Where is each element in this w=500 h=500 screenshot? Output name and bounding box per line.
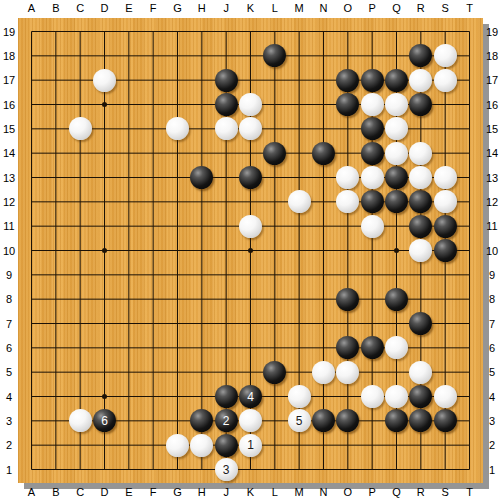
move-number-label: 3 xyxy=(223,464,230,476)
coord-label: B xyxy=(52,486,59,498)
coord-label: 9 xyxy=(489,269,495,281)
coord-label: 1 xyxy=(6,464,12,476)
stone-white[interactable] xyxy=(434,44,457,67)
stone-white[interactable] xyxy=(385,385,408,408)
stone-black[interactable] xyxy=(361,142,384,165)
coord-label: D xyxy=(101,486,109,498)
coord-label: 9 xyxy=(6,269,12,281)
stone-white[interactable] xyxy=(361,166,384,189)
coord-label: S xyxy=(441,486,448,498)
move-number-label: 1 xyxy=(247,439,254,451)
coord-label: 5 xyxy=(6,366,12,378)
move-number-label: 5 xyxy=(296,415,303,427)
stone-black[interactable]: 2 xyxy=(215,409,238,432)
go-diagram: 462513 AABBCCDDEEFFGGHHJJKKLLMMNNOOPPQQR… xyxy=(0,0,500,500)
coord-label: 13 xyxy=(3,172,15,184)
move-number-label: 6 xyxy=(101,415,108,427)
coord-label: K xyxy=(247,486,254,498)
stone-white[interactable] xyxy=(409,142,432,165)
coord-label: 4 xyxy=(6,391,12,403)
stone-black[interactable] xyxy=(434,239,457,262)
stone-black[interactable] xyxy=(361,190,384,213)
coord-label: Q xyxy=(392,486,401,498)
coord-label: 7 xyxy=(6,318,12,330)
coord-label: J xyxy=(223,486,229,498)
stone-white[interactable] xyxy=(336,361,359,384)
coord-label: A xyxy=(28,486,35,498)
stone-white[interactable] xyxy=(409,69,432,92)
stone-black[interactable] xyxy=(409,215,432,238)
stone-black[interactable] xyxy=(385,69,408,92)
coord-label: T xyxy=(466,486,473,498)
stone-black[interactable] xyxy=(361,69,384,92)
stone-white[interactable] xyxy=(361,385,384,408)
stone-black[interactable] xyxy=(215,385,238,408)
coord-label: 4 xyxy=(489,391,495,403)
stone-white[interactable] xyxy=(434,385,457,408)
stone-black[interactable] xyxy=(385,166,408,189)
coord-label: N xyxy=(320,2,328,14)
stone-black[interactable]: 4 xyxy=(239,385,262,408)
stone-black[interactable] xyxy=(215,69,238,92)
coord-label: 12 xyxy=(486,196,498,208)
coord-label: 1 xyxy=(489,464,495,476)
stone-white[interactable] xyxy=(434,190,457,213)
stone-black[interactable] xyxy=(263,361,286,384)
coord-label: L xyxy=(272,486,278,498)
coord-label: F xyxy=(150,486,157,498)
stone-white[interactable] xyxy=(434,166,457,189)
stone-white[interactable] xyxy=(166,434,189,457)
coord-label: 18 xyxy=(3,50,15,62)
stone-black[interactable] xyxy=(434,409,457,432)
coord-label: O xyxy=(344,2,353,14)
coord-label: B xyxy=(52,2,59,14)
coord-label: E xyxy=(125,486,132,498)
coord-label: K xyxy=(247,2,254,14)
coord-label: 8 xyxy=(489,293,495,305)
coord-label: F xyxy=(150,2,157,14)
coord-label: C xyxy=(76,486,84,498)
coord-label: N xyxy=(320,486,328,498)
coord-label: Q xyxy=(392,2,401,14)
stone-white[interactable] xyxy=(385,93,408,116)
coord-label: 15 xyxy=(486,123,498,135)
stone-black[interactable] xyxy=(336,69,359,92)
stone-black[interactable] xyxy=(215,93,238,116)
coord-label: 10 xyxy=(3,245,15,257)
coord-label: 10 xyxy=(486,245,498,257)
coord-label: 7 xyxy=(489,318,495,330)
stone-white[interactable]: 5 xyxy=(288,409,311,432)
stone-black[interactable] xyxy=(361,336,384,359)
stone-white[interactable] xyxy=(215,117,238,140)
stone-white[interactable] xyxy=(385,142,408,165)
coord-label: 17 xyxy=(3,74,15,86)
stone-white[interactable] xyxy=(93,69,116,92)
coord-label: 18 xyxy=(486,50,498,62)
coord-label: 11 xyxy=(3,220,14,232)
stone-white[interactable]: 1 xyxy=(239,434,262,457)
coord-label: S xyxy=(441,2,448,14)
coord-label: 14 xyxy=(3,147,15,159)
stone-white[interactable] xyxy=(288,190,311,213)
stone-white[interactable] xyxy=(361,215,384,238)
coord-label: L xyxy=(272,2,278,14)
coord-label: M xyxy=(295,486,304,498)
stone-black[interactable] xyxy=(263,142,286,165)
coord-label: G xyxy=(173,486,182,498)
coord-label: 14 xyxy=(486,147,498,159)
stone-white[interactable] xyxy=(69,117,92,140)
coord-label: 3 xyxy=(6,415,12,427)
stone-white[interactable] xyxy=(69,409,92,432)
coord-label: 6 xyxy=(489,342,495,354)
stone-white[interactable]: 3 xyxy=(215,458,238,481)
stone-black[interactable] xyxy=(215,434,238,457)
coord-label: 15 xyxy=(3,123,15,135)
stone-white[interactable] xyxy=(361,93,384,116)
stone-white[interactable] xyxy=(312,361,335,384)
move-number-label: 2 xyxy=(223,415,230,427)
coord-label: D xyxy=(101,2,109,14)
coord-label: C xyxy=(76,2,84,14)
stone-white[interactable] xyxy=(239,93,262,116)
stone-black[interactable] xyxy=(434,215,457,238)
coord-label: 2 xyxy=(489,439,495,451)
coord-label: 16 xyxy=(3,99,15,111)
go-board[interactable]: 462513 xyxy=(18,18,483,483)
stone-white[interactable] xyxy=(190,434,213,457)
coord-label: 16 xyxy=(486,99,498,111)
coord-label: 5 xyxy=(489,366,495,378)
stone-white[interactable] xyxy=(409,361,432,384)
stone-black[interactable] xyxy=(312,142,335,165)
coord-label: 12 xyxy=(3,196,15,208)
stone-white[interactable] xyxy=(434,69,457,92)
coord-label: O xyxy=(344,486,353,498)
coord-label: 11 xyxy=(486,220,497,232)
stone-white[interactable] xyxy=(239,215,262,238)
coord-label: 3 xyxy=(489,415,495,427)
coord-label: G xyxy=(173,2,182,14)
stone-black[interactable] xyxy=(385,288,408,311)
coord-label: R xyxy=(417,486,425,498)
coord-label: T xyxy=(466,2,473,14)
stone-black[interactable] xyxy=(361,117,384,140)
coord-label: 13 xyxy=(486,172,498,184)
coord-label: 6 xyxy=(6,342,12,354)
coord-label: 2 xyxy=(6,439,12,451)
coord-label: M xyxy=(295,2,304,14)
coord-label: H xyxy=(198,2,206,14)
coord-label: P xyxy=(368,2,375,14)
coord-label: 17 xyxy=(486,74,498,86)
coord-label: R xyxy=(417,2,425,14)
coord-label: 19 xyxy=(3,26,15,38)
coord-label: J xyxy=(223,2,229,14)
coord-label: 8 xyxy=(6,293,12,305)
coord-label: 19 xyxy=(486,26,498,38)
stone-black[interactable] xyxy=(336,288,359,311)
move-number-label: 4 xyxy=(247,391,254,403)
stone-black[interactable] xyxy=(239,166,262,189)
coord-label: E xyxy=(125,2,132,14)
coord-label: P xyxy=(368,486,375,498)
coord-label: A xyxy=(28,2,35,14)
coord-label: H xyxy=(198,486,206,498)
stone-white[interactable] xyxy=(288,385,311,408)
